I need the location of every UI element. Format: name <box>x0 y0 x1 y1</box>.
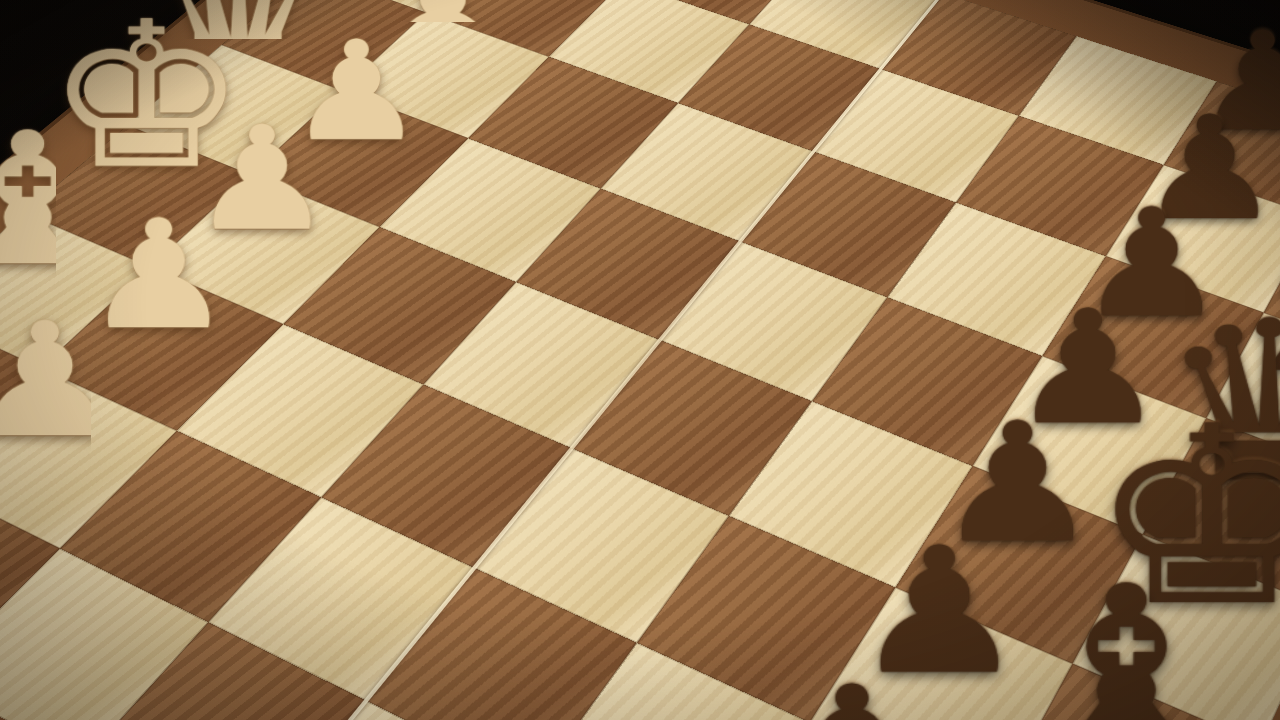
white-bishop-c1: ♝ <box>240 0 403 32</box>
chess-board: ♜♟♟♜♞♟♟♞♝♟♟♝♛♟♟♛♚♟♟♚♝♟♟♝♞♟♟♞♜♟♟♜ <box>0 0 1280 720</box>
chess-photo-scene: ♜♟♟♜♞♟♟♞♝♟♟♝♛♟♟♛♚♟♟♚♝♟♟♝♞♟♟♞♜♟♟♜ <box>0 0 1280 720</box>
board-wooden-frame: ♜♟♟♜♞♟♟♞♝♟♟♝♛♟♟♛♚♟♟♚♝♟♟♝♞♟♟♞♜♟♟♜ <box>0 0 1280 720</box>
square-d1[interactable]: ♛ <box>127 45 342 175</box>
square-g5[interactable] <box>366 568 637 720</box>
square-d3[interactable] <box>380 138 601 282</box>
square-g6[interactable] <box>534 643 809 720</box>
